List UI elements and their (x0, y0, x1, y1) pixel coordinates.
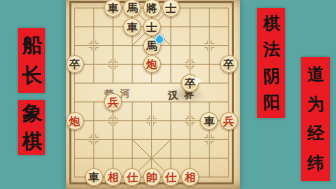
river-label-chu-he: 楚河 (104, 86, 136, 101)
banner-char: 船 (21, 31, 42, 59)
banner-char: 道 (307, 63, 325, 87)
river-label-han-jie: 汉界 (168, 87, 201, 103)
banner-char: 法 (262, 38, 280, 62)
banner-char: 长 (21, 62, 42, 90)
banner-char: 经 (307, 122, 325, 146)
board-grid (66, 0, 240, 189)
banner-char: 阴 (262, 64, 280, 88)
banner-xiangqi: 象 棋 (18, 100, 45, 155)
banner-char: 棋 (21, 127, 42, 155)
game-screen: 楚河 汉界 車馬將士車士馬卒炮卒卒兵炮車兵車相仕帥仕相 船 长 象 棋 棋 法 … (0, 0, 336, 189)
banner-qifa-yinyang: 棋 法 阴 阳 (257, 8, 285, 118)
banner-char: 象 (21, 100, 42, 128)
banner-char: 棋 (262, 11, 280, 35)
banner-dao-wei-jingwei: 道 为 经 纬 (301, 57, 330, 181)
banner-captain: 船 长 (18, 28, 45, 93)
banner-char: 阳 (262, 91, 280, 115)
banner-char: 为 (307, 92, 325, 116)
banner-char: 纬 (307, 151, 325, 175)
xiangqi-board[interactable]: 楚河 汉界 (66, 0, 240, 189)
